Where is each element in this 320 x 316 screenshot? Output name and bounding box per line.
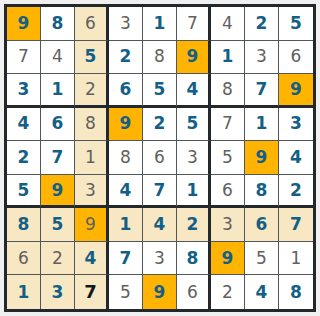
- cell-r2c6[interactable]: 9: [177, 41, 211, 75]
- cell-r1c8[interactable]: 2: [245, 7, 279, 41]
- cell-r4c9[interactable]: 3: [279, 108, 313, 142]
- cell-r5c7[interactable]: 5: [211, 141, 245, 175]
- cell-r2c4[interactable]: 2: [109, 41, 143, 75]
- cell-r8c3[interactable]: 4: [75, 242, 109, 276]
- cell-r6c7[interactable]: 6: [211, 175, 245, 209]
- cell-r1c7[interactable]: 4: [211, 7, 245, 41]
- cell-r1c4[interactable]: 3: [109, 7, 143, 41]
- cell-r9c9[interactable]: 8: [279, 275, 313, 309]
- cell-r4c3[interactable]: 8: [75, 108, 109, 142]
- cell-r4c1[interactable]: 4: [7, 108, 41, 142]
- cell-r7c3[interactable]: 9: [75, 208, 109, 242]
- cell-r3c8[interactable]: 7: [245, 74, 279, 108]
- cell-r1c3[interactable]: 6: [75, 7, 109, 41]
- cell-r6c8[interactable]: 8: [245, 175, 279, 209]
- cell-r9c7[interactable]: 2: [211, 275, 245, 309]
- cell-r6c3[interactable]: 3: [75, 175, 109, 209]
- cell-r5c9[interactable]: 4: [279, 141, 313, 175]
- cell-r5c8[interactable]: 9: [245, 141, 279, 175]
- cell-r5c3[interactable]: 1: [75, 141, 109, 175]
- cell-r9c4[interactable]: 5: [109, 275, 143, 309]
- cell-r5c2[interactable]: 7: [41, 141, 75, 175]
- cell-r4c8[interactable]: 1: [245, 108, 279, 142]
- cell-r5c5[interactable]: 6: [143, 141, 177, 175]
- cell-r3c9[interactable]: 9: [279, 74, 313, 108]
- cell-r8c5[interactable]: 3: [143, 242, 177, 276]
- cell-r6c1[interactable]: 5: [7, 175, 41, 209]
- cell-r1c2[interactable]: 8: [41, 7, 75, 41]
- cell-r7c8[interactable]: 6: [245, 208, 279, 242]
- cell-r1c5[interactable]: 1: [143, 7, 177, 41]
- cell-r1c9[interactable]: 5: [279, 7, 313, 41]
- cell-r2c2[interactable]: 4: [41, 41, 75, 75]
- cell-r6c5[interactable]: 7: [143, 175, 177, 209]
- cell-r2c7[interactable]: 1: [211, 41, 245, 75]
- cell-r3c3[interactable]: 2: [75, 74, 109, 108]
- cell-r8c7[interactable]: 9: [211, 242, 245, 276]
- cell-r6c9[interactable]: 2: [279, 175, 313, 209]
- app-background: 9863174257452891363126548794689257132718…: [0, 0, 320, 316]
- cell-r5c6[interactable]: 3: [177, 141, 211, 175]
- cell-r7c1[interactable]: 8: [7, 208, 41, 242]
- cell-r8c1[interactable]: 6: [7, 242, 41, 276]
- cell-r9c1[interactable]: 1: [7, 275, 41, 309]
- cell-r9c8[interactable]: 4: [245, 275, 279, 309]
- cell-r9c6[interactable]: 6: [177, 275, 211, 309]
- cell-r6c2[interactable]: 9: [41, 175, 75, 209]
- cell-r5c1[interactable]: 2: [7, 141, 41, 175]
- cell-r3c5[interactable]: 5: [143, 74, 177, 108]
- cell-r9c2[interactable]: 3: [41, 275, 75, 309]
- cell-r9c5[interactable]: 9: [143, 275, 177, 309]
- cell-r4c4[interactable]: 9: [109, 108, 143, 142]
- cell-r6c6[interactable]: 1: [177, 175, 211, 209]
- cell-r8c4[interactable]: 7: [109, 242, 143, 276]
- cell-r3c4[interactable]: 6: [109, 74, 143, 108]
- cell-r3c6[interactable]: 4: [177, 74, 211, 108]
- cell-r7c9[interactable]: 7: [279, 208, 313, 242]
- cell-r8c8[interactable]: 5: [245, 242, 279, 276]
- cell-r7c4[interactable]: 1: [109, 208, 143, 242]
- cell-r7c5[interactable]: 4: [143, 208, 177, 242]
- cell-r4c2[interactable]: 6: [41, 108, 75, 142]
- cell-r9c3[interactable]: 7: [75, 275, 109, 309]
- cell-r2c1[interactable]: 7: [7, 41, 41, 75]
- cell-r3c7[interactable]: 8: [211, 74, 245, 108]
- cell-r5c4[interactable]: 8: [109, 141, 143, 175]
- cell-r2c5[interactable]: 8: [143, 41, 177, 75]
- cell-r8c2[interactable]: 2: [41, 242, 75, 276]
- cell-r7c2[interactable]: 5: [41, 208, 75, 242]
- cell-r8c6[interactable]: 8: [177, 242, 211, 276]
- cell-r4c5[interactable]: 2: [143, 108, 177, 142]
- sudoku-board: 9863174257452891363126548794689257132718…: [4, 4, 316, 312]
- cell-r1c6[interactable]: 7: [177, 7, 211, 41]
- cell-r4c6[interactable]: 5: [177, 108, 211, 142]
- cell-r4c7[interactable]: 7: [211, 108, 245, 142]
- cell-r2c9[interactable]: 6: [279, 41, 313, 75]
- cell-r6c4[interactable]: 4: [109, 175, 143, 209]
- cell-r3c2[interactable]: 1: [41, 74, 75, 108]
- cell-r2c3[interactable]: 5: [75, 41, 109, 75]
- cell-r7c6[interactable]: 2: [177, 208, 211, 242]
- cell-r3c1[interactable]: 3: [7, 74, 41, 108]
- cell-r8c9[interactable]: 1: [279, 242, 313, 276]
- cell-r7c7[interactable]: 3: [211, 208, 245, 242]
- cell-r2c8[interactable]: 3: [245, 41, 279, 75]
- cell-r1c1[interactable]: 9: [7, 7, 41, 41]
